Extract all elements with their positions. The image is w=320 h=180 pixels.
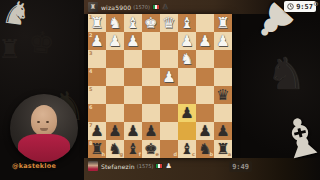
piece-white-knight[interactable]: ♞ bbox=[106, 14, 124, 32]
square-g3[interactable] bbox=[106, 50, 124, 68]
square-e5[interactable] bbox=[142, 86, 160, 104]
square-a1[interactable]: ♜ bbox=[214, 14, 232, 32]
coord-label: 6 bbox=[89, 105, 92, 110]
piece-white-pawn[interactable]: ♟ bbox=[88, 32, 106, 50]
piece-white-knight[interactable]: ♞ bbox=[178, 50, 196, 68]
square-a5[interactable]: ♛ bbox=[214, 86, 232, 104]
stream-handle[interactable]: @kastekloe bbox=[12, 162, 56, 170]
piece-black-pawn[interactable]: ♟ bbox=[124, 122, 142, 140]
square-d3[interactable] bbox=[160, 50, 178, 68]
piece-black-queen[interactable]: ♛ bbox=[214, 86, 232, 104]
square-f4[interactable] bbox=[124, 68, 142, 86]
coord-label: 5 bbox=[89, 87, 92, 92]
square-a7[interactable]: ♟ bbox=[214, 122, 232, 140]
square-e2[interactable] bbox=[142, 32, 160, 50]
player-name-top[interactable]: wiza5900 bbox=[101, 4, 131, 11]
piece-black-king[interactable]: ♚ bbox=[142, 140, 160, 158]
stream-frame: ♞ ♜ ♚ ♞ ♟ ♞ ♝ 1♜♞♝♚♛♝♜2♟♟♟♟♟♟3♞4♟5♛6♟7♟♟… bbox=[0, 0, 320, 180]
piece-white-bishop[interactable]: ♝ bbox=[178, 14, 196, 32]
square-b4[interactable] bbox=[196, 68, 214, 86]
clock-time-bottom: 9:49 bbox=[232, 163, 249, 171]
square-d1[interactable]: ♛ bbox=[160, 14, 178, 32]
square-b8[interactable]: b♞ bbox=[196, 140, 214, 158]
square-c3[interactable]: ♞ bbox=[178, 50, 196, 68]
piece-white-rook[interactable]: ♜ bbox=[88, 14, 106, 32]
mouth-icon bbox=[40, 128, 48, 131]
square-e8[interactable]: e♚ bbox=[142, 140, 160, 158]
square-h1[interactable]: 1♜ bbox=[88, 14, 106, 32]
square-b6[interactable] bbox=[196, 104, 214, 122]
coord-label: 3 bbox=[89, 51, 92, 56]
square-c2[interactable]: ♟ bbox=[178, 32, 196, 50]
square-h8[interactable]: 8h♜ bbox=[88, 140, 106, 158]
square-c1[interactable]: ♝ bbox=[178, 14, 196, 32]
square-d2[interactable] bbox=[160, 32, 178, 50]
square-e1[interactable]: ♚ bbox=[142, 14, 160, 32]
square-a4[interactable] bbox=[214, 68, 232, 86]
square-h2[interactable]: 2♟ bbox=[88, 32, 106, 50]
piece-black-pawn[interactable]: ♟ bbox=[88, 122, 106, 140]
piece-white-pawn[interactable]: ♟ bbox=[214, 32, 232, 50]
player-name-bottom[interactable]: Stefanezin bbox=[101, 163, 135, 170]
eye-icon bbox=[37, 121, 40, 123]
square-h5[interactable]: 5 bbox=[88, 86, 106, 104]
square-b2[interactable]: ♟ bbox=[196, 32, 214, 50]
captured-pieces-bottom: ♟ bbox=[165, 162, 171, 170]
square-g2[interactable]: ♟ bbox=[106, 32, 124, 50]
clock-bottom: 9:49 bbox=[229, 161, 252, 172]
square-g6[interactable] bbox=[106, 104, 124, 122]
square-g1[interactable]: ♞ bbox=[106, 14, 124, 32]
square-d8[interactable]: d bbox=[160, 140, 178, 158]
square-h3[interactable]: 3 bbox=[88, 50, 106, 68]
piece-white-pawn[interactable]: ♟ bbox=[106, 32, 124, 50]
square-f7[interactable]: ♟ bbox=[124, 122, 142, 140]
square-f1[interactable]: ♝ bbox=[124, 14, 142, 32]
player-bar-top: ♜ wiza5900 (1570) ♟ 9:57 ⚙ bbox=[88, 0, 320, 14]
piece-white-bishop[interactable]: ♝ bbox=[124, 14, 142, 32]
piece-black-pawn[interactable]: ♟ bbox=[196, 122, 214, 140]
eye-icon bbox=[46, 121, 49, 123]
square-h6[interactable]: 6 bbox=[88, 104, 106, 122]
square-c5[interactable] bbox=[178, 86, 196, 104]
piece-white-pawn[interactable]: ♟ bbox=[196, 32, 214, 50]
chess-board[interactable]: 1♜♞♝♚♛♝♜2♟♟♟♟♟♟3♞4♟5♛6♟7♟♟♟♟♟♟8h♜g♞f♝e♚d… bbox=[88, 14, 232, 158]
square-c7[interactable] bbox=[178, 122, 196, 140]
player-rating-top: (1570) bbox=[133, 4, 150, 10]
piece-black-pawn[interactable]: ♟ bbox=[178, 104, 196, 122]
square-a2[interactable]: ♟ bbox=[214, 32, 232, 50]
piece-white-pawn[interactable]: ♟ bbox=[160, 68, 178, 86]
square-f3[interactable] bbox=[124, 50, 142, 68]
square-c8[interactable]: c♝ bbox=[178, 140, 196, 158]
square-a8[interactable]: a♜ bbox=[214, 140, 232, 158]
square-e7[interactable]: ♟ bbox=[142, 122, 160, 140]
square-a6[interactable] bbox=[214, 104, 232, 122]
player-bar-bottom: Stefanezin (1575) ♟ 9:49 bbox=[88, 159, 320, 173]
piece-black-pawn[interactable]: ♟ bbox=[214, 122, 232, 140]
clock-icon bbox=[287, 3, 294, 10]
square-a3[interactable] bbox=[214, 50, 232, 68]
square-f5[interactable] bbox=[124, 86, 142, 104]
coord-label: 4 bbox=[89, 69, 92, 74]
piece-white-queen[interactable]: ♛ bbox=[160, 14, 178, 32]
square-b1[interactable] bbox=[196, 14, 214, 32]
square-g5[interactable] bbox=[106, 86, 124, 104]
square-e3[interactable] bbox=[142, 50, 160, 68]
avatar-top[interactable]: ♜ bbox=[88, 2, 98, 12]
square-c4[interactable] bbox=[178, 68, 196, 86]
square-h7[interactable]: 7♟ bbox=[88, 122, 106, 140]
piece-white-pawn[interactable]: ♟ bbox=[178, 32, 196, 50]
square-g7[interactable]: ♟ bbox=[106, 122, 124, 140]
backdrop-right bbox=[236, 14, 320, 158]
piece-black-pawn[interactable]: ♟ bbox=[106, 122, 124, 140]
square-d5[interactable] bbox=[160, 86, 178, 104]
piece-white-pawn[interactable]: ♟ bbox=[124, 32, 142, 50]
piece-white-rook[interactable]: ♜ bbox=[214, 14, 232, 32]
square-c6[interactable]: ♟ bbox=[178, 104, 196, 122]
square-f2[interactable]: ♟ bbox=[124, 32, 142, 50]
piece-black-bishop[interactable]: ♝ bbox=[178, 140, 196, 158]
streamer-face bbox=[31, 105, 57, 136]
square-b7[interactable]: ♟ bbox=[196, 122, 214, 140]
piece-black-bishop[interactable]: ♝ bbox=[124, 140, 142, 158]
square-b5[interactable] bbox=[196, 86, 214, 104]
square-d7[interactable] bbox=[160, 122, 178, 140]
square-e4[interactable] bbox=[142, 68, 160, 86]
webcam-circle bbox=[10, 94, 78, 162]
square-e6[interactable] bbox=[142, 104, 160, 122]
piece-black-knight[interactable]: ♞ bbox=[106, 140, 124, 158]
square-b3[interactable] bbox=[196, 50, 214, 68]
italy-flag-icon-top bbox=[153, 5, 159, 9]
avatar-bottom[interactable] bbox=[88, 161, 98, 171]
captured-pieces-top: ♟ bbox=[162, 3, 168, 11]
square-g8[interactable]: g♞ bbox=[106, 140, 124, 158]
square-f8[interactable]: f♝ bbox=[124, 140, 142, 158]
player-rating-bottom: (1575) bbox=[137, 163, 154, 169]
piece-black-rook[interactable]: ♜ bbox=[88, 140, 106, 158]
square-d6[interactable] bbox=[160, 104, 178, 122]
coord-label: d bbox=[173, 152, 177, 157]
clock-time-top: 9:57 bbox=[296, 3, 313, 11]
square-g4[interactable] bbox=[106, 68, 124, 86]
square-d4[interactable]: ♟ bbox=[160, 68, 178, 86]
square-h4[interactable]: 4 bbox=[88, 68, 106, 86]
piece-black-pawn[interactable]: ♟ bbox=[142, 122, 160, 140]
piece-black-rook[interactable]: ♜ bbox=[214, 140, 232, 158]
piece-black-knight[interactable]: ♞ bbox=[196, 140, 214, 158]
italy-flag-icon-bottom bbox=[156, 164, 162, 168]
piece-white-king[interactable]: ♚ bbox=[142, 14, 160, 32]
settings-gear-icon[interactable]: ⚙ bbox=[312, 0, 320, 8]
square-f6[interactable] bbox=[124, 104, 142, 122]
